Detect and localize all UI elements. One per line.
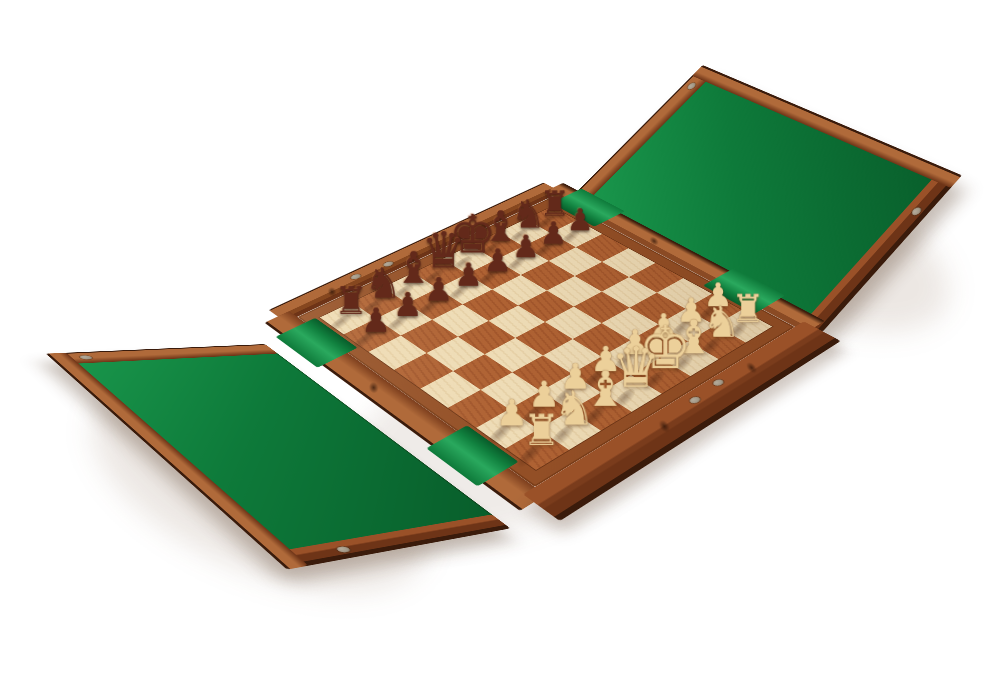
left-lid-rim-outer: [46, 353, 309, 570]
square-b5[interactable]: [427, 337, 485, 371]
piece-black-pawn[interactable]: ♟: [352, 270, 401, 337]
right-lid-rim-outer: [692, 65, 962, 188]
right-lid-rim-south: [803, 167, 962, 332]
finger-notch: [368, 381, 379, 394]
piece-white-rook[interactable]: ♜: [515, 378, 569, 452]
magnet-disc: [688, 396, 702, 405]
square-a6[interactable]: [369, 336, 427, 370]
scene: ♜♞♝♛♚♝♞♜♟♟♟♟♟♟♟♟♟♟♟♟♟♟♟♟♜♞♝♛♚♝♞♜: [0, 0, 1000, 700]
left-lid-rim-south: [268, 514, 510, 569]
travel-chess-box: ♜♞♝♛♚♝♞♜♟♟♟♟♟♟♟♟♟♟♟♟♟♟♟♟♜♞♝♛♚♝♞♜: [297, 196, 795, 487]
finger-notch: [744, 362, 759, 374]
square-b6[interactable]: [401, 320, 458, 353]
magnet-disc: [711, 378, 725, 387]
square-a5[interactable]: [394, 353, 453, 389]
finger-notch: [657, 419, 672, 432]
photo-stage: ♜♞♝♛♚♝♞♜♟♟♟♟♟♟♟♟♟♟♟♟♟♟♟♟♜♞♝♛♚♝♞♜: [0, 0, 1000, 700]
left-lid-rim-north: [46, 344, 278, 364]
square-a4[interactable]: [421, 371, 481, 408]
finger-notch: [648, 236, 660, 245]
square-c5[interactable]: [458, 321, 515, 354]
